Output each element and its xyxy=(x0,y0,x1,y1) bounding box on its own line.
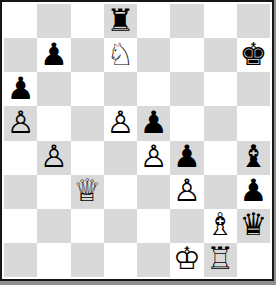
white-pawn-piece: ♙ xyxy=(40,141,68,172)
square-c5[interactable] xyxy=(71,106,104,140)
black-queen-piece: ♛ xyxy=(239,209,267,240)
square-d6[interactable] xyxy=(104,72,137,106)
black-rook-piece: ♜ xyxy=(106,5,134,36)
square-a7[interactable] xyxy=(4,38,37,72)
square-d2[interactable] xyxy=(104,209,137,243)
white-king-piece: ♔ xyxy=(173,243,201,274)
square-a4[interactable] xyxy=(4,141,37,175)
square-b3[interactable] xyxy=(37,175,70,209)
square-a3[interactable] xyxy=(4,175,37,209)
square-g7[interactable] xyxy=(204,38,237,72)
square-e7[interactable] xyxy=(137,38,170,72)
square-a5[interactable]: ♙ xyxy=(4,106,37,140)
square-h5[interactable] xyxy=(237,106,270,140)
square-c8[interactable] xyxy=(71,4,104,38)
square-c1[interactable] xyxy=(71,243,104,277)
square-a6[interactable]: ♟ xyxy=(4,72,37,106)
square-c4[interactable] xyxy=(71,141,104,175)
square-g5[interactable] xyxy=(204,106,237,140)
white-bishop-piece: ♗ xyxy=(206,209,234,240)
square-d7[interactable]: ♘ xyxy=(104,38,137,72)
square-e6[interactable] xyxy=(137,72,170,106)
square-c2[interactable] xyxy=(71,209,104,243)
black-pawn-piece: ♟ xyxy=(239,175,267,206)
square-h2[interactable]: ♛ xyxy=(237,209,270,243)
square-b2[interactable] xyxy=(37,209,70,243)
white-pawn-piece: ♙ xyxy=(106,107,134,138)
chess-board: ♜♟♘♚♟♙♙♟♙♙♟♝♕♙♟♗♛♔♖ xyxy=(4,4,270,277)
square-a8[interactable] xyxy=(4,4,37,38)
black-bishop-piece: ♝ xyxy=(239,141,267,172)
square-e8[interactable] xyxy=(137,4,170,38)
square-b6[interactable] xyxy=(37,72,70,106)
black-king-piece: ♚ xyxy=(239,39,267,70)
square-c3[interactable]: ♕ xyxy=(71,175,104,209)
square-b4[interactable]: ♙ xyxy=(37,141,70,175)
square-g1[interactable]: ♖ xyxy=(204,243,237,277)
square-a1[interactable] xyxy=(4,243,37,277)
white-rook-piece: ♖ xyxy=(206,243,234,274)
black-pawn-piece: ♟ xyxy=(7,73,35,104)
white-pawn-piece: ♙ xyxy=(7,107,35,138)
square-g2[interactable]: ♗ xyxy=(204,209,237,243)
square-f8[interactable] xyxy=(170,4,203,38)
square-f6[interactable] xyxy=(170,72,203,106)
square-e3[interactable] xyxy=(137,175,170,209)
square-f7[interactable] xyxy=(170,38,203,72)
square-c6[interactable] xyxy=(71,72,104,106)
black-pawn-piece: ♟ xyxy=(173,141,201,172)
black-pawn-piece: ♟ xyxy=(140,107,168,138)
square-g4[interactable] xyxy=(204,141,237,175)
board-frame: ♜♟♘♚♟♙♙♟♙♙♟♝♕♙♟♗♛♔♖ xyxy=(0,0,274,281)
white-queen-piece: ♕ xyxy=(73,175,101,206)
square-g6[interactable] xyxy=(204,72,237,106)
square-e4[interactable]: ♙ xyxy=(137,141,170,175)
square-b5[interactable] xyxy=(37,106,70,140)
square-g3[interactable] xyxy=(204,175,237,209)
square-d3[interactable] xyxy=(104,175,137,209)
square-a2[interactable] xyxy=(4,209,37,243)
square-h6[interactable] xyxy=(237,72,270,106)
white-pawn-piece: ♙ xyxy=(173,175,201,206)
square-f5[interactable] xyxy=(170,106,203,140)
square-h8[interactable] xyxy=(237,4,270,38)
square-g8[interactable] xyxy=(204,4,237,38)
square-c7[interactable] xyxy=(71,38,104,72)
square-d1[interactable] xyxy=(104,243,137,277)
square-h7[interactable]: ♚ xyxy=(237,38,270,72)
square-b8[interactable] xyxy=(37,4,70,38)
square-b7[interactable]: ♟ xyxy=(37,38,70,72)
square-h4[interactable]: ♝ xyxy=(237,141,270,175)
square-e2[interactable] xyxy=(137,209,170,243)
chess-diagram: ♜♟♘♚♟♙♙♟♙♙♟♝♕♙♟♗♛♔♖ xyxy=(0,0,276,285)
square-h1[interactable] xyxy=(237,243,270,277)
square-f1[interactable]: ♔ xyxy=(170,243,203,277)
square-h3[interactable]: ♟ xyxy=(237,175,270,209)
square-e5[interactable]: ♟ xyxy=(137,106,170,140)
white-knight-piece: ♘ xyxy=(106,39,134,70)
square-f4[interactable]: ♟ xyxy=(170,141,203,175)
square-b1[interactable] xyxy=(37,243,70,277)
square-d8[interactable]: ♜ xyxy=(104,4,137,38)
square-f2[interactable] xyxy=(170,209,203,243)
square-d5[interactable]: ♙ xyxy=(104,106,137,140)
square-d4[interactable] xyxy=(104,141,137,175)
black-pawn-piece: ♟ xyxy=(40,39,68,70)
white-pawn-piece: ♙ xyxy=(140,141,168,172)
square-e1[interactable] xyxy=(137,243,170,277)
square-f3[interactable]: ♙ xyxy=(170,175,203,209)
